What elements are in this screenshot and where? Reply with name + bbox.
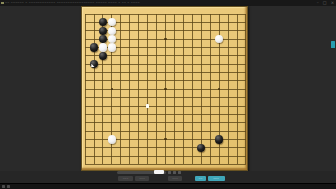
board-intersection[interactable] bbox=[89, 43, 98, 51]
board-intersection[interactable] bbox=[107, 18, 116, 26]
board-intersection[interactable] bbox=[170, 18, 179, 26]
board-intersection[interactable] bbox=[179, 68, 188, 76]
board-intersection[interactable] bbox=[116, 152, 125, 160]
board-intersection[interactable] bbox=[116, 52, 125, 60]
board-intersection[interactable] bbox=[206, 68, 215, 76]
board-intersection[interactable] bbox=[179, 18, 188, 26]
board-intersection[interactable] bbox=[98, 93, 107, 101]
board-intersection[interactable] bbox=[197, 68, 206, 76]
board-intersection[interactable] bbox=[152, 35, 161, 43]
board-intersection[interactable] bbox=[188, 135, 197, 143]
board-intersection[interactable] bbox=[107, 85, 116, 93]
board-intersection[interactable] bbox=[161, 68, 170, 76]
slider-tick[interactable] bbox=[168, 171, 171, 174]
board-intersection[interactable] bbox=[241, 135, 250, 143]
board-intersection[interactable] bbox=[241, 52, 250, 60]
board-intersection[interactable] bbox=[125, 160, 134, 168]
board-intersection[interactable] bbox=[107, 68, 116, 76]
board-intersection[interactable] bbox=[134, 35, 143, 43]
board-intersection[interactable] bbox=[134, 160, 143, 168]
board-intersection[interactable] bbox=[107, 43, 116, 51]
board-intersection[interactable] bbox=[206, 60, 215, 68]
board-intersection[interactable] bbox=[179, 10, 188, 18]
board-intersection[interactable] bbox=[143, 18, 152, 26]
board-intersection[interactable] bbox=[232, 102, 241, 110]
board-intersection[interactable] bbox=[179, 135, 188, 143]
board-intersection[interactable] bbox=[107, 152, 116, 160]
board-intersection[interactable] bbox=[125, 110, 134, 118]
board-intersection[interactable] bbox=[215, 93, 224, 101]
board-intersection[interactable] bbox=[232, 144, 241, 152]
board-intersection[interactable] bbox=[161, 52, 170, 60]
close-button[interactable]: × bbox=[331, 0, 334, 5]
board-intersection[interactable] bbox=[107, 93, 116, 101]
board-intersection[interactable] bbox=[241, 118, 250, 126]
board-intersection[interactable] bbox=[152, 152, 161, 160]
board-intersection[interactable] bbox=[143, 68, 152, 76]
board-intersection[interactable] bbox=[134, 10, 143, 18]
board-intersection[interactable] bbox=[188, 85, 197, 93]
board-intersection[interactable] bbox=[161, 27, 170, 35]
board-intersection[interactable] bbox=[179, 152, 188, 160]
board-intersection[interactable] bbox=[143, 110, 152, 118]
board-intersection[interactable] bbox=[81, 77, 90, 85]
board-intersection[interactable] bbox=[215, 152, 224, 160]
board-intersection[interactable] bbox=[206, 77, 215, 85]
board-intersection[interactable] bbox=[107, 144, 116, 152]
board-intersection[interactable] bbox=[206, 110, 215, 118]
board-intersection[interactable] bbox=[152, 102, 161, 110]
board-intersection[interactable] bbox=[89, 118, 98, 126]
board-intersection[interactable] bbox=[206, 18, 215, 26]
board-intersection[interactable] bbox=[170, 144, 179, 152]
board-intersection[interactable] bbox=[224, 77, 233, 85]
board-intersection[interactable] bbox=[224, 35, 233, 43]
board-intersection[interactable] bbox=[143, 52, 152, 60]
board-intersection[interactable] bbox=[134, 144, 143, 152]
board-intersection[interactable] bbox=[206, 152, 215, 160]
board-intersection[interactable] bbox=[224, 135, 233, 143]
board-intersection[interactable] bbox=[232, 52, 241, 60]
board-intersection[interactable] bbox=[125, 27, 134, 35]
board-intersection[interactable] bbox=[224, 110, 233, 118]
board-intersection[interactable] bbox=[206, 43, 215, 51]
board-intersection[interactable] bbox=[143, 118, 152, 126]
board-intersection[interactable] bbox=[215, 102, 224, 110]
board-intersection[interactable] bbox=[107, 160, 116, 168]
board-intersection[interactable] bbox=[170, 160, 179, 168]
board-intersection[interactable] bbox=[215, 10, 224, 18]
board-intersection[interactable] bbox=[89, 77, 98, 85]
board-intersection[interactable] bbox=[197, 144, 206, 152]
slider-tick[interactable] bbox=[178, 171, 181, 174]
board-intersection[interactable] bbox=[89, 93, 98, 101]
board-intersection[interactable] bbox=[89, 85, 98, 93]
board-intersection[interactable] bbox=[107, 102, 116, 110]
board-intersection[interactable] bbox=[116, 93, 125, 101]
board-intersection[interactable] bbox=[143, 10, 152, 18]
board-intersection[interactable] bbox=[241, 144, 250, 152]
board-intersection[interactable] bbox=[125, 144, 134, 152]
board-intersection[interactable] bbox=[170, 27, 179, 35]
teal-button-2[interactable]: ‒‒‒ bbox=[208, 176, 225, 181]
board-intersection[interactable] bbox=[161, 127, 170, 135]
board-intersection[interactable] bbox=[197, 35, 206, 43]
board-intersection[interactable] bbox=[81, 110, 90, 118]
board-intersection[interactable] bbox=[134, 118, 143, 126]
taskbar-icon[interactable] bbox=[7, 185, 10, 188]
board-intersection[interactable] bbox=[143, 43, 152, 51]
board-intersection[interactable] bbox=[161, 152, 170, 160]
board-intersection[interactable] bbox=[215, 135, 224, 143]
board-intersection[interactable] bbox=[161, 135, 170, 143]
board-intersection[interactable] bbox=[89, 52, 98, 60]
board-intersection[interactable] bbox=[179, 127, 188, 135]
board-intersection[interactable] bbox=[224, 118, 233, 126]
board-intersection[interactable] bbox=[98, 27, 107, 35]
board-intersection[interactable] bbox=[152, 18, 161, 26]
board-intersection[interactable] bbox=[116, 118, 125, 126]
board-intersection[interactable] bbox=[197, 118, 206, 126]
board-intersection[interactable] bbox=[81, 43, 90, 51]
board-intersection[interactable] bbox=[197, 102, 206, 110]
board-intersection[interactable] bbox=[161, 60, 170, 68]
taskbar-icon[interactable] bbox=[2, 185, 5, 188]
board-intersection[interactable] bbox=[143, 127, 152, 135]
board-intersection[interactable] bbox=[206, 10, 215, 18]
board-intersection[interactable] bbox=[134, 18, 143, 26]
board-intersection[interactable] bbox=[89, 135, 98, 143]
board-intersection[interactable] bbox=[107, 35, 116, 43]
board-intersection[interactable] bbox=[215, 68, 224, 76]
board-intersection[interactable] bbox=[107, 52, 116, 60]
board-intersection[interactable] bbox=[98, 144, 107, 152]
board-intersection[interactable] bbox=[188, 127, 197, 135]
board-intersection[interactable] bbox=[98, 60, 107, 68]
board-intersection[interactable] bbox=[224, 43, 233, 51]
board-intersection[interactable] bbox=[98, 68, 107, 76]
board-intersection[interactable] bbox=[188, 60, 197, 68]
board-intersection[interactable] bbox=[81, 118, 90, 126]
board-intersection[interactable] bbox=[170, 10, 179, 18]
board-intersection[interactable] bbox=[197, 43, 206, 51]
board-intersection[interactable] bbox=[89, 127, 98, 135]
board-intersection[interactable] bbox=[179, 110, 188, 118]
toolbar-button-3[interactable]: ‒‒‒ bbox=[168, 176, 182, 181]
board-intersection[interactable] bbox=[197, 60, 206, 68]
board-intersection[interactable] bbox=[170, 85, 179, 93]
board-intersection[interactable] bbox=[170, 77, 179, 85]
board-intersection[interactable] bbox=[161, 85, 170, 93]
board-intersection[interactable] bbox=[188, 18, 197, 26]
board-intersection[interactable] bbox=[224, 10, 233, 18]
board-intersection[interactable] bbox=[152, 43, 161, 51]
board-intersection[interactable] bbox=[143, 35, 152, 43]
board-intersection[interactable] bbox=[224, 60, 233, 68]
board-intersection[interactable] bbox=[224, 152, 233, 160]
board-intersection[interactable] bbox=[152, 60, 161, 68]
board-intersection[interactable] bbox=[125, 77, 134, 85]
board-intersection[interactable] bbox=[241, 152, 250, 160]
board-intersection[interactable] bbox=[206, 127, 215, 135]
board-intersection[interactable] bbox=[116, 127, 125, 135]
board-intersection[interactable] bbox=[89, 60, 98, 68]
board-intersection[interactable] bbox=[134, 77, 143, 85]
board-intersection[interactable] bbox=[152, 27, 161, 35]
board-intersection[interactable] bbox=[206, 93, 215, 101]
board-intersection[interactable] bbox=[170, 152, 179, 160]
board-intersection[interactable] bbox=[125, 10, 134, 18]
board-intersection[interactable] bbox=[197, 85, 206, 93]
board-intersection[interactable] bbox=[152, 110, 161, 118]
board-intersection[interactable] bbox=[125, 118, 134, 126]
board-intersection[interactable] bbox=[152, 127, 161, 135]
board-intersection[interactable] bbox=[89, 152, 98, 160]
board-intersection[interactable] bbox=[125, 135, 134, 143]
board-intersection[interactable] bbox=[188, 52, 197, 60]
board-intersection[interactable] bbox=[215, 144, 224, 152]
board-intersection[interactable] bbox=[116, 27, 125, 35]
board-intersection[interactable] bbox=[116, 60, 125, 68]
board-intersection[interactable] bbox=[98, 110, 107, 118]
board-intersection[interactable] bbox=[170, 118, 179, 126]
move-slider-track[interactable] bbox=[117, 171, 166, 174]
board-intersection[interactable] bbox=[188, 118, 197, 126]
board-intersection[interactable] bbox=[232, 127, 241, 135]
board-intersection[interactable] bbox=[89, 35, 98, 43]
board-intersection[interactable] bbox=[188, 68, 197, 76]
board-intersection[interactable] bbox=[188, 43, 197, 51]
board-intersection[interactable] bbox=[215, 160, 224, 168]
board-intersection[interactable] bbox=[215, 60, 224, 68]
board-intersection[interactable] bbox=[116, 135, 125, 143]
board-intersection[interactable] bbox=[116, 10, 125, 18]
board-intersection[interactable] bbox=[170, 60, 179, 68]
board-intersection[interactable] bbox=[116, 68, 125, 76]
board-intersection[interactable] bbox=[179, 52, 188, 60]
board-intersection[interactable] bbox=[188, 35, 197, 43]
board-intersection[interactable] bbox=[215, 43, 224, 51]
board-intersection[interactable] bbox=[188, 152, 197, 160]
board-intersection[interactable] bbox=[134, 85, 143, 93]
toolbar-button-1[interactable]: ‒‒‒ bbox=[118, 176, 133, 181]
board-intersection[interactable] bbox=[116, 144, 125, 152]
board-intersection[interactable] bbox=[197, 10, 206, 18]
board-intersection[interactable] bbox=[89, 160, 98, 168]
board-intersection[interactable] bbox=[179, 27, 188, 35]
board-intersection[interactable] bbox=[125, 127, 134, 135]
board-intersection[interactable] bbox=[134, 68, 143, 76]
board-intersection[interactable] bbox=[197, 93, 206, 101]
board-intersection[interactable] bbox=[98, 85, 107, 93]
board-intersection[interactable] bbox=[170, 102, 179, 110]
board-intersection[interactable] bbox=[206, 35, 215, 43]
board-intersection[interactable] bbox=[215, 77, 224, 85]
board-intersection[interactable] bbox=[206, 85, 215, 93]
board-intersection[interactable] bbox=[188, 110, 197, 118]
board-intersection[interactable] bbox=[179, 60, 188, 68]
board-intersection[interactable] bbox=[98, 35, 107, 43]
board-intersection[interactable] bbox=[241, 85, 250, 93]
board-intersection[interactable] bbox=[134, 43, 143, 51]
board-intersection[interactable] bbox=[232, 10, 241, 18]
board-intersection[interactable] bbox=[224, 68, 233, 76]
board-intersection[interactable] bbox=[81, 60, 90, 68]
board-intersection[interactable] bbox=[224, 27, 233, 35]
board-intersection[interactable] bbox=[197, 77, 206, 85]
board-intersection[interactable] bbox=[107, 77, 116, 85]
board-intersection[interactable] bbox=[116, 85, 125, 93]
board-intersection[interactable] bbox=[232, 68, 241, 76]
board-intersection[interactable] bbox=[89, 68, 98, 76]
board-intersection[interactable] bbox=[232, 160, 241, 168]
board-intersection[interactable] bbox=[125, 52, 134, 60]
board-intersection[interactable] bbox=[170, 93, 179, 101]
teal-button-1[interactable]: ‒‒ bbox=[195, 176, 206, 181]
board-intersection[interactable] bbox=[143, 135, 152, 143]
board-intersection[interactable] bbox=[134, 102, 143, 110]
board-intersection[interactable] bbox=[206, 135, 215, 143]
board-intersection[interactable] bbox=[197, 135, 206, 143]
board-intersection[interactable] bbox=[179, 35, 188, 43]
board-intersection[interactable] bbox=[215, 27, 224, 35]
board-intersection[interactable] bbox=[188, 27, 197, 35]
board-intersection[interactable] bbox=[179, 85, 188, 93]
board-intersection[interactable] bbox=[206, 52, 215, 60]
minimize-button[interactable]: – bbox=[317, 0, 319, 5]
board-intersection[interactable] bbox=[241, 110, 250, 118]
board-intersection[interactable] bbox=[81, 18, 90, 26]
board-intersection[interactable] bbox=[98, 77, 107, 85]
board-intersection[interactable] bbox=[206, 118, 215, 126]
board-intersection[interactable] bbox=[143, 93, 152, 101]
board-intersection[interactable] bbox=[116, 43, 125, 51]
board-intersection[interactable] bbox=[161, 93, 170, 101]
board-intersection[interactable] bbox=[143, 160, 152, 168]
board-intersection[interactable] bbox=[143, 85, 152, 93]
board-intersection[interactable] bbox=[232, 152, 241, 160]
board-intersection[interactable] bbox=[197, 152, 206, 160]
board-intersection[interactable] bbox=[116, 110, 125, 118]
board-intersection[interactable] bbox=[179, 160, 188, 168]
board-intersection[interactable] bbox=[152, 144, 161, 152]
board-intersection[interactable] bbox=[170, 135, 179, 143]
board-intersection[interactable] bbox=[134, 60, 143, 68]
board-intersection[interactable] bbox=[81, 144, 90, 152]
board-intersection[interactable] bbox=[81, 27, 90, 35]
board-intersection[interactable] bbox=[232, 110, 241, 118]
board-intersection[interactable] bbox=[224, 144, 233, 152]
board-intersection[interactable] bbox=[152, 160, 161, 168]
board-intersection[interactable] bbox=[116, 102, 125, 110]
board-intersection[interactable] bbox=[188, 77, 197, 85]
board-intersection[interactable] bbox=[232, 118, 241, 126]
board-intersection[interactable] bbox=[89, 18, 98, 26]
board-intersection[interactable] bbox=[98, 10, 107, 18]
board-intersection[interactable] bbox=[107, 127, 116, 135]
board-intersection[interactable] bbox=[241, 43, 250, 51]
board-intersection[interactable] bbox=[89, 10, 98, 18]
board-intersection[interactable] bbox=[224, 18, 233, 26]
board-intersection[interactable] bbox=[161, 77, 170, 85]
board-intersection[interactable] bbox=[197, 27, 206, 35]
board-intersection[interactable] bbox=[206, 27, 215, 35]
board-intersection[interactable] bbox=[232, 35, 241, 43]
board-intersection[interactable] bbox=[188, 10, 197, 18]
board-intersection[interactable] bbox=[98, 102, 107, 110]
board-intersection[interactable] bbox=[215, 35, 224, 43]
board-intersection[interactable] bbox=[232, 135, 241, 143]
board-intersection[interactable] bbox=[81, 68, 90, 76]
board-intersection[interactable] bbox=[170, 127, 179, 135]
board-intersection[interactable] bbox=[179, 93, 188, 101]
board-intersection[interactable] bbox=[179, 43, 188, 51]
board-intersection[interactable] bbox=[152, 68, 161, 76]
board-intersection[interactable] bbox=[116, 18, 125, 26]
board-intersection[interactable] bbox=[232, 60, 241, 68]
board-intersection[interactable] bbox=[241, 10, 250, 18]
board-intersection[interactable] bbox=[224, 102, 233, 110]
board-intersection[interactable] bbox=[152, 93, 161, 101]
board-intersection[interactable] bbox=[81, 93, 90, 101]
board-intersection[interactable] bbox=[241, 93, 250, 101]
board-intersection[interactable] bbox=[232, 43, 241, 51]
board-intersection[interactable] bbox=[89, 144, 98, 152]
board-intersection[interactable] bbox=[215, 127, 224, 135]
board-intersection[interactable] bbox=[161, 102, 170, 110]
board-intersection[interactable] bbox=[81, 35, 90, 43]
board-intersection[interactable] bbox=[161, 118, 170, 126]
board-intersection[interactable] bbox=[241, 127, 250, 135]
board-intersection[interactable] bbox=[152, 77, 161, 85]
board-intersection[interactable] bbox=[161, 18, 170, 26]
move-slider-handle[interactable] bbox=[154, 170, 164, 174]
board-intersection[interactable] bbox=[125, 93, 134, 101]
board-intersection[interactable] bbox=[81, 135, 90, 143]
board-intersection[interactable] bbox=[89, 27, 98, 35]
board-intersection[interactable] bbox=[107, 27, 116, 35]
board-intersection[interactable] bbox=[170, 52, 179, 60]
board-intersection[interactable] bbox=[241, 160, 250, 168]
board-intersection[interactable] bbox=[241, 77, 250, 85]
board-intersection[interactable] bbox=[89, 102, 98, 110]
board-intersection[interactable] bbox=[89, 110, 98, 118]
board-intersection[interactable] bbox=[170, 110, 179, 118]
board-intersection[interactable] bbox=[125, 85, 134, 93]
board-intersection[interactable] bbox=[143, 102, 152, 110]
board-intersection[interactable] bbox=[152, 10, 161, 18]
board-intersection[interactable] bbox=[188, 144, 197, 152]
board-intersection[interactable] bbox=[188, 160, 197, 168]
board-intersection[interactable] bbox=[81, 10, 90, 18]
board-intersection[interactable] bbox=[98, 118, 107, 126]
board-intersection[interactable] bbox=[215, 118, 224, 126]
board-intersection[interactable] bbox=[152, 85, 161, 93]
board-intersection[interactable] bbox=[197, 110, 206, 118]
board-intersection[interactable] bbox=[170, 68, 179, 76]
right-scroll-indicator[interactable] bbox=[331, 41, 335, 48]
board-intersection[interactable] bbox=[161, 10, 170, 18]
board-intersection[interactable] bbox=[224, 52, 233, 60]
board-intersection[interactable] bbox=[134, 135, 143, 143]
board-intersection[interactable] bbox=[241, 102, 250, 110]
board-intersection[interactable] bbox=[98, 43, 107, 51]
board-intersection[interactable] bbox=[107, 10, 116, 18]
board-intersection[interactable] bbox=[107, 110, 116, 118]
board-intersection[interactable] bbox=[143, 77, 152, 85]
board-intersection[interactable] bbox=[134, 127, 143, 135]
board-intersection[interactable] bbox=[232, 18, 241, 26]
